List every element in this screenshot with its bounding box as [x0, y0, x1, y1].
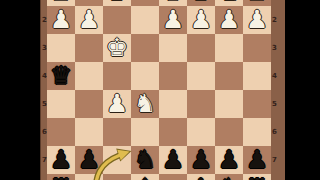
square-g2[interactable]: ♟ — [75, 6, 103, 34]
square-a2[interactable]: ♟ — [243, 6, 271, 34]
square-a3[interactable] — [243, 34, 271, 62]
piece-black-P-a7[interactable]: ♟ — [243, 146, 271, 174]
square-h4[interactable]: ♛ — [47, 62, 75, 90]
square-h3[interactable] — [47, 34, 75, 62]
square-d8[interactable] — [159, 174, 187, 180]
letterbox-left — [0, 0, 40, 180]
piece-black-K-e8[interactable]: ♚ — [131, 174, 159, 180]
square-h5[interactable] — [47, 90, 75, 118]
square-d3[interactable] — [159, 34, 187, 62]
square-b7[interactable]: ♟ — [215, 146, 243, 174]
square-e6[interactable] — [131, 118, 159, 146]
square-g4[interactable] — [75, 62, 103, 90]
rank-label-5: 5 — [271, 90, 285, 118]
square-f8[interactable] — [103, 174, 131, 180]
square-e7[interactable]: ♞ — [131, 146, 159, 174]
square-f7[interactable] — [103, 146, 131, 174]
piece-white-P-c2[interactable]: ♟ — [187, 6, 215, 34]
piece-black-P-h7[interactable]: ♟ — [47, 146, 75, 174]
square-a7[interactable]: ♟ — [243, 146, 271, 174]
rank-label-7: 7 — [271, 146, 285, 174]
square-d6[interactable] — [159, 118, 187, 146]
rank-label-3: 3 — [271, 34, 285, 62]
piece-white-P-h2[interactable]: ♟ — [47, 6, 75, 34]
square-h6[interactable] — [47, 118, 75, 146]
piece-black-P-b7[interactable]: ♟ — [215, 146, 243, 174]
piece-white-P-g2[interactable]: ♟ — [75, 6, 103, 34]
square-f4[interactable] — [103, 62, 131, 90]
rank-label-2: 2 — [271, 6, 285, 34]
square-g3[interactable] — [75, 34, 103, 62]
square-c3[interactable] — [187, 34, 215, 62]
square-b3[interactable] — [215, 34, 243, 62]
square-g6[interactable] — [75, 118, 103, 146]
square-b8[interactable]: ♞ — [215, 174, 243, 180]
square-f5[interactable]: ♟ — [103, 90, 131, 118]
square-a6[interactable] — [243, 118, 271, 146]
square-b4[interactable] — [215, 62, 243, 90]
piece-white-P-a2[interactable]: ♟ — [243, 6, 271, 34]
rank-label-8: 8 — [271, 174, 285, 180]
square-c5[interactable] — [187, 90, 215, 118]
square-b5[interactable] — [215, 90, 243, 118]
square-d2[interactable]: ♟ — [159, 6, 187, 34]
rank-label-6: 6 — [271, 118, 285, 146]
square-d7[interactable]: ♟ — [159, 146, 187, 174]
piece-black-B-c8[interactable]: ♝ — [187, 174, 215, 180]
square-e4[interactable] — [131, 62, 159, 90]
piece-white-P-f5[interactable]: ♟ — [103, 90, 131, 118]
piece-black-N-e7[interactable]: ♞ — [131, 146, 159, 174]
piece-black-R-h8[interactable]: ♜ — [47, 174, 75, 180]
square-a4[interactable] — [243, 62, 271, 90]
square-e8[interactable]: ♚ — [131, 174, 159, 180]
letterbox-right — [285, 0, 320, 180]
square-f6[interactable] — [103, 118, 131, 146]
piece-white-K-f3[interactable]: ♚ — [103, 34, 131, 62]
square-c6[interactable] — [187, 118, 215, 146]
square-c4[interactable] — [187, 62, 215, 90]
piece-black-P-d7[interactable]: ♟ — [159, 146, 187, 174]
square-a5[interactable] — [243, 90, 271, 118]
piece-black-P-c7[interactable]: ♟ — [187, 146, 215, 174]
piece-white-P-b2[interactable]: ♟ — [215, 6, 243, 34]
square-b2[interactable]: ♟ — [215, 6, 243, 34]
square-b6[interactable] — [215, 118, 243, 146]
video-frame: 12345678 ♜♝♛♝♞♜♟♟♟♟♟♟♚♛♟♞♟♟♞♟♟♟♟♜♚♝♞♜ 12… — [0, 0, 320, 180]
square-c7[interactable]: ♟ — [187, 146, 215, 174]
square-a8[interactable]: ♜ — [243, 174, 271, 180]
square-f3[interactable]: ♚ — [103, 34, 131, 62]
square-c2[interactable]: ♟ — [187, 6, 215, 34]
square-e5[interactable]: ♞ — [131, 90, 159, 118]
rank-labels-right: 12345678 — [271, 0, 286, 180]
square-g7[interactable]: ♟ — [75, 146, 103, 174]
piece-black-P-g7[interactable]: ♟ — [75, 146, 103, 174]
square-h2[interactable]: ♟ — [47, 6, 75, 34]
square-d4[interactable] — [159, 62, 187, 90]
piece-black-R-a8[interactable]: ♜ — [243, 174, 271, 180]
piece-white-N-e5[interactable]: ♞ — [131, 90, 159, 118]
square-e2[interactable] — [131, 6, 159, 34]
square-c8[interactable]: ♝ — [187, 174, 215, 180]
square-h8[interactable]: ♜ — [47, 174, 75, 180]
piece-black-N-b8[interactable]: ♞ — [215, 174, 243, 180]
board-squares[interactable]: ♜♝♛♝♞♜♟♟♟♟♟♟♚♛♟♞♟♟♞♟♟♟♟♜♚♝♞♜ — [47, 0, 271, 180]
square-d5[interactable] — [159, 90, 187, 118]
square-h7[interactable]: ♟ — [47, 146, 75, 174]
square-e3[interactable] — [131, 34, 159, 62]
piece-black-Q-h4[interactable]: ♛ — [47, 62, 75, 90]
piece-white-P-d2[interactable]: ♟ — [159, 6, 187, 34]
square-g5[interactable] — [75, 90, 103, 118]
square-g8[interactable] — [75, 174, 103, 180]
chess-board[interactable]: 12345678 ♜♝♛♝♞♜♟♟♟♟♟♟♚♛♟♞♟♟♞♟♟♟♟♜♚♝♞♜ 12… — [40, 0, 285, 180]
rank-label-4: 4 — [271, 62, 285, 90]
square-f2[interactable] — [103, 6, 131, 34]
